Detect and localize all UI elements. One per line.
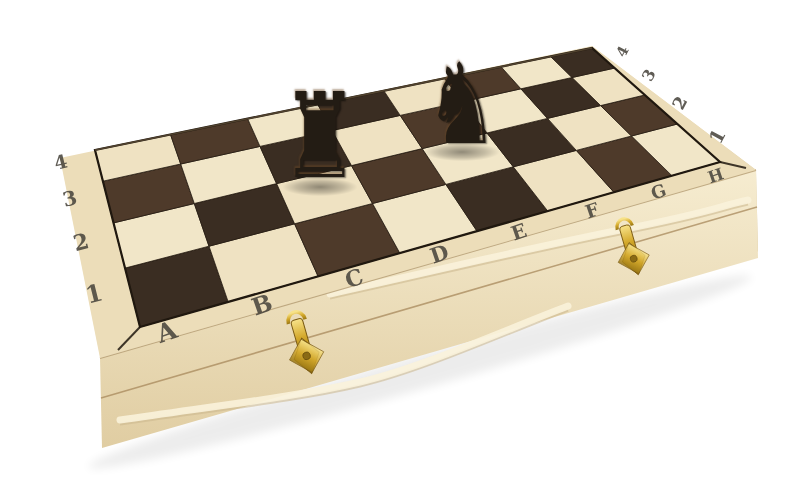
folded-chessboard-box: ABCDEFGH11223344: [0, 0, 800, 494]
rank-label-right-3: 3: [638, 66, 660, 85]
rank-label-left-4: 4: [52, 150, 70, 174]
rank-label-right-4: 4: [612, 43, 632, 60]
chess-box-photo: ABCDEFGH11223344 ♜♞: [0, 0, 800, 494]
black-knight: ♞: [425, 48, 499, 160]
black-rook: ♜: [280, 77, 358, 195]
